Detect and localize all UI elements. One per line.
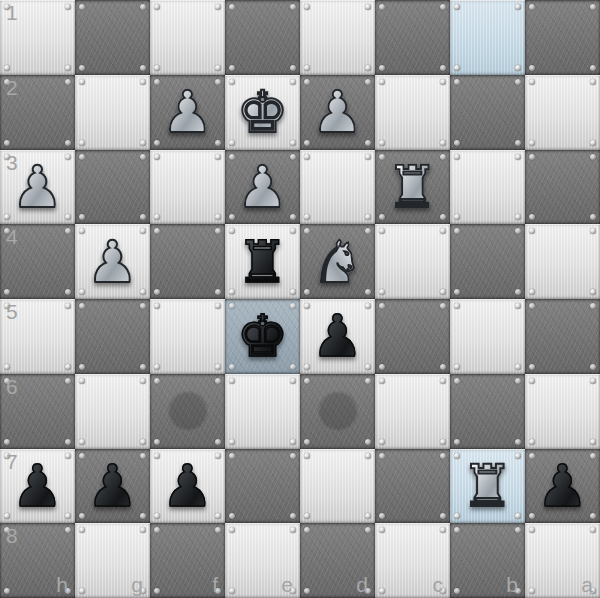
screw-icon xyxy=(65,289,71,295)
square-c5[interactable] xyxy=(375,299,450,374)
square-h6[interactable]: 6 xyxy=(0,374,75,449)
piece-white-pawn[interactable]: ♟ xyxy=(150,75,225,150)
screw-icon xyxy=(590,527,596,533)
screw-icon xyxy=(529,140,535,146)
square-f6[interactable] xyxy=(150,374,225,449)
screw-icon xyxy=(4,4,10,10)
square-a6[interactable] xyxy=(525,374,600,449)
screw-icon xyxy=(515,154,521,160)
screw-icon xyxy=(454,154,460,160)
screw-icon xyxy=(454,378,460,384)
square-b7[interactable]: ♜ xyxy=(450,449,525,524)
piece-white-pawn[interactable]: ♟ xyxy=(0,150,75,225)
screw-icon xyxy=(529,364,535,370)
square-e1[interactable] xyxy=(225,0,300,75)
screw-icon xyxy=(154,439,160,445)
screw-icon xyxy=(529,303,535,309)
screw-icon xyxy=(290,439,296,445)
screw-icon xyxy=(440,527,446,533)
screw-icon xyxy=(515,65,521,71)
screw-icon xyxy=(154,527,160,533)
screw-icon xyxy=(65,4,71,10)
screw-icon xyxy=(454,214,460,220)
screw-icon xyxy=(4,79,10,85)
square-c6[interactable] xyxy=(375,374,450,449)
screw-icon xyxy=(304,513,310,519)
square-h5[interactable]: 5 xyxy=(0,299,75,374)
screw-icon xyxy=(440,364,446,370)
screw-icon xyxy=(154,303,160,309)
square-h2[interactable]: 2 xyxy=(0,75,75,150)
screw-icon xyxy=(79,303,85,309)
screw-icon xyxy=(440,289,446,295)
square-f1[interactable] xyxy=(150,0,225,75)
screw-icon xyxy=(229,453,235,459)
screw-icon xyxy=(79,378,85,384)
chess-board: 12♟♚♟3♟♟♜4♟♜♞5♚♟67♟♟♟♜♟8hgfedcba xyxy=(0,0,600,598)
square-g3[interactable] xyxy=(75,150,150,225)
square-f2[interactable]: ♟ xyxy=(150,75,225,150)
square-c7[interactable] xyxy=(375,449,450,524)
screw-icon xyxy=(154,154,160,160)
screw-icon xyxy=(79,364,85,370)
screw-icon xyxy=(515,4,521,10)
screw-icon xyxy=(65,588,71,594)
screw-icon xyxy=(229,4,235,10)
screw-icon xyxy=(529,4,535,10)
screw-icon xyxy=(379,527,385,533)
piece-black-pawn[interactable]: ♟ xyxy=(300,299,375,374)
screw-icon xyxy=(365,439,371,445)
screw-icon xyxy=(304,154,310,160)
screw-icon xyxy=(590,4,596,10)
screw-icon xyxy=(590,588,596,594)
screw-icon xyxy=(229,65,235,71)
screw-icon xyxy=(4,228,10,234)
screw-icon xyxy=(4,588,10,594)
screw-icon xyxy=(379,378,385,384)
square-f5[interactable] xyxy=(150,299,225,374)
screw-icon xyxy=(140,439,146,445)
screw-icon xyxy=(154,4,160,10)
screw-icon xyxy=(4,378,10,384)
screw-icon xyxy=(140,65,146,71)
screw-icon xyxy=(4,439,10,445)
screw-icon xyxy=(4,65,10,71)
screw-icon xyxy=(79,4,85,10)
screw-icon xyxy=(440,453,446,459)
screw-icon xyxy=(454,303,460,309)
piece-black-king[interactable]: ♚ xyxy=(225,299,300,374)
screw-icon xyxy=(379,453,385,459)
square-g6[interactable] xyxy=(75,374,150,449)
screw-icon xyxy=(454,228,460,234)
screw-icon xyxy=(290,527,296,533)
screw-icon xyxy=(454,140,460,146)
screw-icon xyxy=(290,588,296,594)
square-h1[interactable]: 1 xyxy=(0,0,75,75)
screw-icon xyxy=(290,453,296,459)
screw-icon xyxy=(4,289,10,295)
piece-black-pawn[interactable]: ♟ xyxy=(525,449,600,524)
screw-icon xyxy=(529,228,535,234)
screw-icon xyxy=(454,588,460,594)
screw-icon xyxy=(440,4,446,10)
screw-icon xyxy=(529,79,535,85)
square-g7[interactable]: ♟ xyxy=(75,449,150,524)
square-d3[interactable] xyxy=(300,150,375,225)
square-a8[interactable]: a xyxy=(525,523,600,598)
screw-icon xyxy=(515,439,521,445)
screw-icon xyxy=(590,364,596,370)
screw-icon xyxy=(290,65,296,71)
piece-white-pawn[interactable]: ♟ xyxy=(225,150,300,225)
screw-icon xyxy=(215,303,221,309)
square-c4[interactable] xyxy=(375,224,450,299)
piece-white-king[interactable]: ♚ xyxy=(225,75,300,150)
square-d7[interactable] xyxy=(300,449,375,524)
screw-icon xyxy=(515,214,521,220)
screw-icon xyxy=(215,364,221,370)
screw-icon xyxy=(515,79,521,85)
piece-white-rook[interactable]: ♜ xyxy=(375,150,450,225)
screw-icon xyxy=(140,378,146,384)
screw-icon xyxy=(454,4,460,10)
screw-icon xyxy=(4,303,10,309)
screw-icon xyxy=(590,154,596,160)
screw-icon xyxy=(454,79,460,85)
screw-icon xyxy=(215,588,221,594)
screw-icon xyxy=(304,378,310,384)
square-b4[interactable] xyxy=(450,224,525,299)
square-e7[interactable] xyxy=(225,449,300,524)
screw-icon xyxy=(529,154,535,160)
screw-icon xyxy=(215,65,221,71)
screw-icon xyxy=(379,513,385,519)
screw-icon xyxy=(515,303,521,309)
piece-white-pawn[interactable]: ♟ xyxy=(75,224,150,299)
screw-icon xyxy=(440,303,446,309)
square-h4[interactable]: 4 xyxy=(0,224,75,299)
screw-icon xyxy=(365,65,371,71)
screw-icon xyxy=(590,378,596,384)
screw-icon xyxy=(154,378,160,384)
legal-move-hint[interactable] xyxy=(169,392,207,430)
screw-icon xyxy=(65,228,71,234)
screw-icon xyxy=(215,4,221,10)
screw-icon xyxy=(379,289,385,295)
screw-icon xyxy=(529,439,535,445)
square-h8[interactable]: 8h xyxy=(0,523,75,598)
screw-icon xyxy=(65,364,71,370)
screw-icon xyxy=(379,65,385,71)
square-f7[interactable]: ♟ xyxy=(150,449,225,524)
square-g1[interactable] xyxy=(75,0,150,75)
screw-icon xyxy=(304,588,310,594)
screw-icon xyxy=(65,65,71,71)
screw-icon xyxy=(440,378,446,384)
screw-icon xyxy=(440,79,446,85)
screw-icon xyxy=(515,588,521,594)
screw-icon xyxy=(215,439,221,445)
screw-icon xyxy=(79,439,85,445)
screw-icon xyxy=(440,65,446,71)
screw-icon xyxy=(140,588,146,594)
screw-icon xyxy=(590,214,596,220)
square-e4[interactable]: ♜ xyxy=(225,224,300,299)
screw-icon xyxy=(79,527,85,533)
screw-icon xyxy=(590,303,596,309)
square-b8[interactable]: b xyxy=(450,523,525,598)
screw-icon xyxy=(140,527,146,533)
screw-icon xyxy=(515,228,521,234)
screw-icon xyxy=(154,65,160,71)
screw-icon xyxy=(140,4,146,10)
square-h3[interactable]: 3♟ xyxy=(0,150,75,225)
square-c1[interactable] xyxy=(375,0,450,75)
legal-move-hint[interactable] xyxy=(319,392,357,430)
square-d6[interactable] xyxy=(300,374,375,449)
screw-icon xyxy=(154,228,160,234)
screw-icon xyxy=(379,140,385,146)
piece-black-pawn[interactable]: ♟ xyxy=(75,449,150,524)
screw-icon xyxy=(590,289,596,295)
screw-icon xyxy=(140,303,146,309)
screw-icon xyxy=(229,527,235,533)
screw-icon xyxy=(440,228,446,234)
screw-icon xyxy=(529,65,535,71)
square-b6[interactable] xyxy=(450,374,525,449)
piece-white-pawn[interactable]: ♟ xyxy=(300,75,375,150)
screw-icon xyxy=(515,289,521,295)
screw-icon xyxy=(154,588,160,594)
square-e8[interactable]: e xyxy=(225,523,300,598)
screw-icon xyxy=(440,439,446,445)
screw-icon xyxy=(140,364,146,370)
square-e5[interactable]: ♚ xyxy=(225,299,300,374)
screw-icon xyxy=(515,364,521,370)
screw-icon xyxy=(215,378,221,384)
screw-icon xyxy=(229,439,235,445)
screw-icon xyxy=(79,154,85,160)
screw-icon xyxy=(379,439,385,445)
square-c2[interactable] xyxy=(375,75,450,150)
screw-icon xyxy=(79,79,85,85)
screw-icon xyxy=(65,303,71,309)
screw-icon xyxy=(304,527,310,533)
square-f4[interactable] xyxy=(150,224,225,299)
square-a1[interactable] xyxy=(525,0,600,75)
screw-icon xyxy=(440,588,446,594)
screw-icon xyxy=(365,378,371,384)
screw-icon xyxy=(590,79,596,85)
screw-icon xyxy=(590,65,596,71)
square-b5[interactable] xyxy=(450,299,525,374)
screw-icon xyxy=(440,513,446,519)
square-d5[interactable]: ♟ xyxy=(300,299,375,374)
piece-white-rook[interactable]: ♜ xyxy=(450,449,525,524)
screw-icon xyxy=(79,140,85,146)
screw-icon xyxy=(365,154,371,160)
screw-icon xyxy=(290,378,296,384)
screw-icon xyxy=(454,527,460,533)
square-d4[interactable]: ♞ xyxy=(300,224,375,299)
screw-icon xyxy=(379,364,385,370)
piece-white-knight[interactable]: ♞ xyxy=(300,224,375,299)
screw-icon xyxy=(365,214,371,220)
screw-icon xyxy=(365,513,371,519)
square-e3[interactable]: ♟ xyxy=(225,150,300,225)
piece-black-pawn[interactable]: ♟ xyxy=(150,449,225,524)
screw-icon xyxy=(365,588,371,594)
screw-icon xyxy=(215,214,221,220)
screw-icon xyxy=(65,79,71,85)
screw-icon xyxy=(304,214,310,220)
square-a5[interactable] xyxy=(525,299,600,374)
screw-icon xyxy=(515,527,521,533)
screw-icon xyxy=(154,364,160,370)
square-e2[interactable]: ♚ xyxy=(225,75,300,150)
screw-icon xyxy=(515,378,521,384)
screw-icon xyxy=(154,289,160,295)
screw-icon xyxy=(229,588,235,594)
screw-icon xyxy=(65,378,71,384)
screw-icon xyxy=(454,439,460,445)
screw-icon xyxy=(154,214,160,220)
screw-icon xyxy=(304,453,310,459)
square-g4[interactable]: ♟ xyxy=(75,224,150,299)
square-a4[interactable] xyxy=(525,224,600,299)
screw-icon xyxy=(290,513,296,519)
screw-icon xyxy=(379,588,385,594)
square-e6[interactable] xyxy=(225,374,300,449)
square-c3[interactable]: ♜ xyxy=(375,150,450,225)
screw-icon xyxy=(229,378,235,384)
screw-icon xyxy=(304,4,310,10)
square-g5[interactable] xyxy=(75,299,150,374)
screw-icon xyxy=(304,65,310,71)
square-g8[interactable]: g xyxy=(75,523,150,598)
screw-icon xyxy=(590,140,596,146)
screw-icon xyxy=(454,364,460,370)
piece-black-pawn[interactable]: ♟ xyxy=(0,449,75,524)
screw-icon xyxy=(379,4,385,10)
square-b2[interactable] xyxy=(450,75,525,150)
screw-icon xyxy=(529,527,535,533)
screw-icon xyxy=(215,289,221,295)
square-a3[interactable] xyxy=(525,150,600,225)
screw-icon xyxy=(4,527,10,533)
square-a7[interactable]: ♟ xyxy=(525,449,600,524)
screw-icon xyxy=(79,65,85,71)
screw-icon xyxy=(529,214,535,220)
screw-icon xyxy=(140,214,146,220)
screw-icon xyxy=(79,214,85,220)
screw-icon xyxy=(65,527,71,533)
piece-black-rook[interactable]: ♜ xyxy=(225,224,300,299)
screw-icon xyxy=(140,154,146,160)
screw-icon xyxy=(215,154,221,160)
screw-icon xyxy=(365,4,371,10)
square-f8[interactable]: f xyxy=(150,523,225,598)
screw-icon xyxy=(140,79,146,85)
square-g2[interactable] xyxy=(75,75,150,150)
screw-icon xyxy=(365,453,371,459)
square-d2[interactable]: ♟ xyxy=(300,75,375,150)
screw-icon xyxy=(529,588,535,594)
screw-icon xyxy=(379,303,385,309)
square-d1[interactable] xyxy=(300,0,375,75)
screw-icon xyxy=(454,65,460,71)
screw-icon xyxy=(454,289,460,295)
screw-icon xyxy=(590,228,596,234)
screw-icon xyxy=(379,79,385,85)
screw-icon xyxy=(304,439,310,445)
square-d8[interactable]: d xyxy=(300,523,375,598)
screw-icon xyxy=(229,513,235,519)
screw-icon xyxy=(529,378,535,384)
square-f3[interactable] xyxy=(150,150,225,225)
screw-icon xyxy=(440,140,446,146)
square-a2[interactable] xyxy=(525,75,600,150)
screw-icon xyxy=(65,439,71,445)
screw-icon xyxy=(4,140,10,146)
screw-icon xyxy=(290,4,296,10)
screw-icon xyxy=(590,439,596,445)
screw-icon xyxy=(215,527,221,533)
square-h7[interactable]: 7♟ xyxy=(0,449,75,524)
screw-icon xyxy=(140,140,146,146)
screw-icon xyxy=(4,364,10,370)
square-c8[interactable]: c xyxy=(375,523,450,598)
screw-icon xyxy=(515,140,521,146)
square-b1[interactable] xyxy=(450,0,525,75)
screw-icon xyxy=(365,527,371,533)
square-b3[interactable] xyxy=(450,150,525,225)
screw-icon xyxy=(65,140,71,146)
screw-icon xyxy=(215,228,221,234)
screw-icon xyxy=(529,289,535,295)
screw-icon xyxy=(79,588,85,594)
screw-icon xyxy=(379,228,385,234)
